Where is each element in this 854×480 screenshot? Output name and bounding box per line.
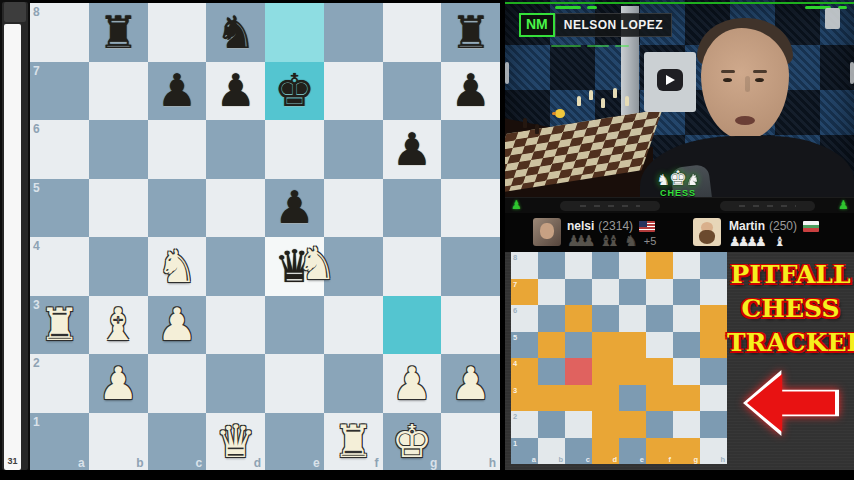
square-c6[interactable] <box>148 120 207 179</box>
mini-file-label: g <box>693 455 698 464</box>
black-player-header: Martin (250) <box>729 219 819 233</box>
physical-piece <box>625 96 629 106</box>
file-label: h <box>489 456 496 470</box>
white-player-name: nelsi <box>567 219 594 233</box>
mini-square-e6 <box>619 305 646 332</box>
letterbox-bar <box>0 470 854 480</box>
square-g8[interactable] <box>383 3 442 62</box>
rank-label: 3 <box>33 298 40 312</box>
mini-square-a6: 6 <box>511 305 538 332</box>
rubber-duck <box>555 109 565 118</box>
tracker-title-line: PITFALL <box>727 258 854 292</box>
square-e4[interactable]: ♛♞ <box>265 237 324 296</box>
square-a3[interactable]: 3♜ <box>30 296 89 355</box>
mini-square-b1: b <box>538 438 565 465</box>
mini-square-a8: 8 <box>511 252 538 279</box>
eval-black-segment <box>4 2 26 22</box>
file-label: a <box>78 456 85 470</box>
player-info-bar: nelsi (2314) ♟♟♟♝♝♞ +5 Martin (250) ♟♟♟♟… <box>505 213 854 252</box>
physical-piece <box>577 96 581 106</box>
piece-bP-d7: ♟ <box>206 62 265 121</box>
eye <box>755 78 764 82</box>
mini-rank-label: 3 <box>513 386 517 395</box>
mini-square-h3 <box>700 385 727 412</box>
mini-square-e7 <box>619 279 646 306</box>
square-g2[interactable]: ♟ <box>383 354 442 413</box>
mini-square-a2: 2 <box>511 411 538 438</box>
pitfall-tracker-panel: 87654321abcdefgh PITFALL CHESS TRACKER <box>505 252 854 470</box>
square-f8[interactable] <box>324 3 383 62</box>
play-button-icon[interactable] <box>657 69 683 91</box>
mini-rank-label: 8 <box>513 253 517 262</box>
mini-square-c1: c <box>565 438 592 465</box>
square-f6[interactable] <box>324 120 383 179</box>
mini-square-b8 <box>538 252 565 279</box>
mini-square-c5 <box>565 332 592 359</box>
mini-square-e8 <box>619 252 646 279</box>
mini-square-f1: f <box>646 438 673 465</box>
file-label: e <box>313 456 320 470</box>
square-g1[interactable]: g♚ <box>383 413 442 472</box>
streamer-face <box>701 28 789 140</box>
mini-square-g2 <box>673 411 700 438</box>
mini-square-g7 <box>673 279 700 306</box>
captured-knights-icon: ♞ <box>624 232 631 250</box>
square-f7[interactable] <box>324 62 383 121</box>
eval-strip: 31 <box>0 0 30 474</box>
square-b5[interactable] <box>89 179 148 238</box>
square-g5[interactable] <box>383 179 442 238</box>
webcam-panel: ♟ ♟ ♞♚♞ CHESS NM NELSON LOPEZ <box>505 0 854 213</box>
material-score: +5 <box>644 235 657 247</box>
rank-label: 1 <box>33 415 40 429</box>
mouth <box>735 116 755 125</box>
square-h1[interactable]: h <box>441 413 500 472</box>
piece-bP-c7: ♟ <box>148 62 207 121</box>
mini-square-f2 <box>646 411 673 438</box>
square-c8[interactable] <box>148 3 207 62</box>
green-underline <box>615 45 629 47</box>
eyebrow <box>721 70 735 73</box>
mini-square-g4 <box>673 358 700 385</box>
square-e1[interactable]: e <box>265 413 324 472</box>
square-g3[interactable] <box>383 296 442 355</box>
square-f1[interactable]: f♜ <box>324 413 383 472</box>
square-f3[interactable] <box>324 296 383 355</box>
square-c3[interactable]: ♟ <box>148 296 207 355</box>
overlay-pill <box>720 201 815 211</box>
square-e7[interactable]: ♚ <box>265 62 324 121</box>
square-e3[interactable] <box>265 296 324 355</box>
mini-square-a3: 3 <box>511 385 538 412</box>
piece-bK-e7: ♚ <box>265 62 324 121</box>
file-label: b <box>136 456 143 470</box>
mini-square-b6 <box>538 305 565 332</box>
stream-frame: 31 8♜♞♜7♟♟♚♟6♟5♟4♞♛♞3♜♝♟2♟♟♟1abcd♛ef♜g♚h <box>0 0 854 480</box>
file-label: d <box>254 456 261 470</box>
frame-hinge <box>850 62 854 84</box>
mini-square-b4 <box>538 358 565 385</box>
square-a5[interactable]: 5 <box>30 179 89 238</box>
black-player-rating: (250) <box>769 219 797 233</box>
piece-bP-e5: ♟ <box>265 179 324 238</box>
green-pawn-icon: ♟ <box>511 198 522 212</box>
square-g4[interactable] <box>383 237 442 296</box>
rank-label: 2 <box>33 356 40 370</box>
pitfall-mini-board: 87654321abcdefgh <box>511 252 727 464</box>
mini-square-a7: 7 <box>511 279 538 306</box>
mini-rank-label: 2 <box>513 412 517 421</box>
square-e8[interactable] <box>265 3 324 62</box>
us-flag-icon <box>639 221 655 232</box>
mini-square-c3 <box>565 385 592 412</box>
rank-label: 7 <box>33 64 40 78</box>
mini-file-label: b <box>558 455 563 464</box>
physical-piece <box>613 88 617 98</box>
square-b6[interactable] <box>89 120 148 179</box>
red-left-arrow-icon <box>743 370 839 436</box>
captured-pieces-icons: ♟♟♟♝♝♞ <box>567 232 642 250</box>
piece-wP-g2: ♟ <box>383 354 442 413</box>
square-e2[interactable] <box>265 354 324 413</box>
piece-bR-b8: ♜ <box>89 3 148 62</box>
title-badge-nm: NM <box>519 13 555 37</box>
mini-square-b7 <box>538 279 565 306</box>
mini-square-f7 <box>646 279 673 306</box>
piece-bP-g6: ♟ <box>383 120 442 179</box>
captured-pawns-icon: ♟♟♟ <box>567 232 589 250</box>
white-player-rating: (2314) <box>598 219 633 233</box>
mini-square-e5 <box>619 332 646 359</box>
logo-pieces-icon: ♞♚♞ <box>645 168 711 188</box>
mini-square-d5 <box>592 332 619 359</box>
mini-square-c4 <box>565 358 592 385</box>
bulgaria-flag-icon <box>803 221 819 232</box>
mini-rank-label: 4 <box>513 359 517 368</box>
mini-file-label: c <box>586 455 590 464</box>
mini-file-label: h <box>720 455 725 464</box>
physical-piece <box>535 124 539 134</box>
green-underline <box>551 45 581 47</box>
nose <box>745 76 750 92</box>
frame-hinge <box>505 62 509 84</box>
mini-square-h1: h <box>700 438 727 465</box>
eye <box>723 78 732 82</box>
square-h8[interactable]: ♜ <box>441 3 500 62</box>
streamer-badge: NM NELSON LOPEZ <box>519 13 672 37</box>
square-d5[interactable] <box>206 179 265 238</box>
square-f5[interactable] <box>324 179 383 238</box>
eval-value: 31 <box>4 456 21 466</box>
rank-label: 5 <box>33 181 40 195</box>
mini-square-e3 <box>619 385 646 412</box>
square-c7[interactable]: ♟ <box>148 62 207 121</box>
mini-square-e4 <box>619 358 646 385</box>
square-c2[interactable] <box>148 354 207 413</box>
captured-bishops-icon: ♝♝ <box>599 232 614 250</box>
square-a7[interactable]: 7 <box>30 62 89 121</box>
captured-bishops-icon: ♝ <box>774 234 783 249</box>
piece-wP-b2: ♟ <box>89 354 148 413</box>
captured-pieces-icons: ♟♟♟♟♝ <box>729 232 792 250</box>
black-captured-row: ♟♟♟♟♝ <box>729 234 792 248</box>
square-b7[interactable] <box>89 62 148 121</box>
mini-rank-label: 7 <box>513 280 517 289</box>
file-label: f <box>375 456 379 470</box>
tracker-title-line: TRACKER <box>727 326 854 360</box>
mini-square-d4 <box>592 358 619 385</box>
white-player-avatar[interactable] <box>533 218 561 246</box>
square-h3[interactable] <box>441 296 500 355</box>
mini-square-c2 <box>565 411 592 438</box>
mini-square-b5 <box>538 332 565 359</box>
mini-square-e1: e <box>619 438 646 465</box>
green-dash <box>555 6 581 9</box>
mini-rank-label: 1 <box>513 439 517 448</box>
square-a2[interactable]: 2 <box>30 354 89 413</box>
mini-file-label: d <box>612 455 617 464</box>
mini-square-g8 <box>673 252 700 279</box>
mini-square-g3 <box>673 385 700 412</box>
square-a4[interactable]: 4 <box>30 237 89 296</box>
black-player-name: Martin <box>729 219 765 233</box>
mini-square-g6 <box>673 305 700 332</box>
mini-square-f8 <box>646 252 673 279</box>
wall-poster <box>825 8 840 29</box>
square-c1[interactable]: c <box>148 413 207 472</box>
square-a1[interactable]: 1a <box>30 413 89 472</box>
mini-square-c8 <box>565 252 592 279</box>
piece-bP-h7: ♟ <box>441 62 500 121</box>
black-player-avatar[interactable] <box>693 218 721 246</box>
mini-square-d2 <box>592 411 619 438</box>
square-d1[interactable]: d♛ <box>206 413 265 472</box>
piece-wN-c4: ♞ <box>148 237 207 296</box>
mini-square-d3 <box>592 385 619 412</box>
overlay-top-line <box>505 2 854 4</box>
piece-bN-d8: ♞ <box>206 3 265 62</box>
piece-bR-h8: ♜ <box>441 3 500 62</box>
eyebrow <box>753 70 767 73</box>
white-player-header: nelsi (2314) <box>567 219 655 233</box>
side-screen <box>644 52 696 112</box>
white-captured-row: ♟♟♟♝♝♞ +5 <box>567 234 656 248</box>
logo-text: CHESS <box>645 188 711 198</box>
mini-square-f6 <box>646 305 673 332</box>
tracker-title-line: CHESS <box>727 292 854 326</box>
channel-logo: ♞♚♞ CHESS <box>645 168 711 213</box>
square-c5[interactable] <box>148 179 207 238</box>
square-b8[interactable]: ♜ <box>89 3 148 62</box>
square-f4[interactable] <box>324 237 383 296</box>
green-underline <box>587 45 609 47</box>
piece-wP-h2: ♟ <box>441 354 500 413</box>
green-dash <box>587 6 597 9</box>
mini-square-g5 <box>673 332 700 359</box>
square-a8[interactable]: 8 <box>30 3 89 62</box>
physical-piece <box>601 98 605 108</box>
mini-file-label: a <box>532 455 536 464</box>
square-h4[interactable] <box>441 237 500 296</box>
captured-pawns-icon: ♟♟♟♟ <box>729 234 764 249</box>
square-b2[interactable]: ♟ <box>89 354 148 413</box>
green-pawn-icon: ♟ <box>838 198 849 212</box>
mini-square-d1: d <box>592 438 619 465</box>
file-label: g <box>430 456 437 470</box>
mini-square-f4 <box>646 358 673 385</box>
square-h2[interactable]: ♟ <box>441 354 500 413</box>
mini-rank-label: 5 <box>513 333 517 342</box>
physical-piece <box>589 90 593 100</box>
mini-square-h5 <box>700 332 727 359</box>
piece-wB-b3: ♝ <box>89 296 148 355</box>
piece-bQ-e4: ♛ <box>265 237 324 296</box>
square-b4[interactable] <box>89 237 148 296</box>
tracker-title: PITFALL CHESS TRACKER <box>727 258 854 360</box>
mini-square-d8 <box>592 252 619 279</box>
square-h6[interactable] <box>441 120 500 179</box>
play-triangle-icon <box>666 75 675 85</box>
rank-label: 6 <box>33 122 40 136</box>
streamer-name: NELSON LOPEZ <box>555 13 672 37</box>
rank-label: 4 <box>33 239 40 253</box>
square-b1[interactable]: b <box>89 413 148 472</box>
square-d7[interactable]: ♟ <box>206 62 265 121</box>
square-e5[interactable]: ♟ <box>265 179 324 238</box>
square-d8[interactable]: ♞ <box>206 3 265 62</box>
mini-file-label: f <box>669 455 672 464</box>
mini-square-h6 <box>700 305 727 332</box>
mini-file-label: e <box>640 455 644 464</box>
square-g7[interactable] <box>383 62 442 121</box>
mini-square-d6 <box>592 305 619 332</box>
physical-piece <box>523 118 527 128</box>
mini-square-a1: 1a <box>511 438 538 465</box>
piece-wP-c3: ♟ <box>148 296 207 355</box>
mini-square-c6 <box>565 305 592 332</box>
mini-square-b3 <box>538 385 565 412</box>
mini-square-g1: g <box>673 438 700 465</box>
square-e6[interactable] <box>265 120 324 179</box>
mini-square-c7 <box>565 279 592 306</box>
square-c4[interactable]: ♞ <box>148 237 207 296</box>
chess-board[interactable]: 8♜♞♜7♟♟♚♟6♟5♟4♞♛♞3♜♝♟2♟♟♟1abcd♛ef♜g♚h <box>30 3 500 471</box>
mini-square-h8 <box>700 252 727 279</box>
square-d4[interactable] <box>206 237 265 296</box>
mini-square-a4: 4 <box>511 358 538 385</box>
eval-bar: 31 <box>4 24 21 470</box>
mini-square-h2 <box>700 411 727 438</box>
mini-square-h7 <box>700 279 727 306</box>
square-f2[interactable] <box>324 354 383 413</box>
mini-square-f3 <box>646 385 673 412</box>
mini-square-e2 <box>619 411 646 438</box>
file-label: c <box>196 456 203 470</box>
square-a6[interactable]: 6 <box>30 120 89 179</box>
square-d3[interactable] <box>206 296 265 355</box>
mini-square-b2 <box>538 411 565 438</box>
square-h7[interactable]: ♟ <box>441 62 500 121</box>
square-b3[interactable]: ♝ <box>89 296 148 355</box>
rank-label: 8 <box>33 5 40 19</box>
mini-square-f5 <box>646 332 673 359</box>
mini-square-h4 <box>700 358 727 385</box>
square-d6[interactable] <box>206 120 265 179</box>
mini-rank-label: 6 <box>513 306 517 315</box>
square-h5[interactable] <box>441 179 500 238</box>
mini-square-d7 <box>592 279 619 306</box>
square-d2[interactable] <box>206 354 265 413</box>
mini-square-a5: 5 <box>511 332 538 359</box>
square-g6[interactable]: ♟ <box>383 120 442 179</box>
